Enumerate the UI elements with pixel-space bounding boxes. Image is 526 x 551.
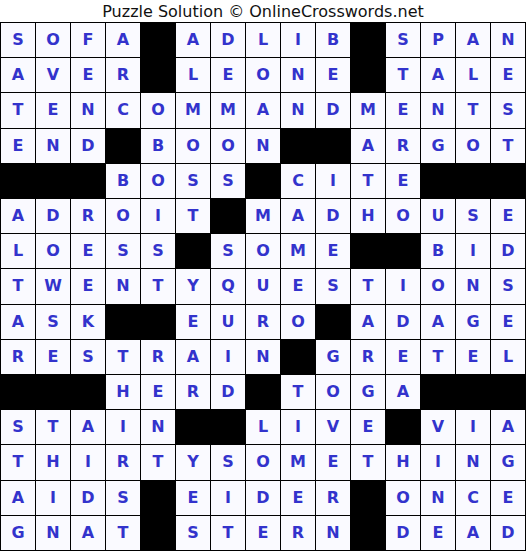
black-cell	[316, 129, 350, 163]
letter-cell[interactable]: I	[71, 445, 105, 479]
letter-cell[interactable]: Q	[211, 269, 245, 303]
letter-cell[interactable]: A	[456, 23, 490, 57]
letter-cell[interactable]: I	[211, 481, 245, 515]
letter-cell[interactable]: R	[106, 58, 140, 92]
letter-cell[interactable]: N	[281, 58, 315, 92]
letter-cell[interactable]: G	[316, 340, 350, 374]
letter-cell[interactable]: G	[421, 129, 455, 163]
letter-cell[interactable]: A	[1, 305, 35, 339]
letter-cell[interactable]: I	[281, 410, 315, 444]
letter-cell[interactable]: B	[316, 23, 350, 57]
black-cell	[421, 164, 455, 198]
letter-cell[interactable]: O	[246, 234, 280, 268]
letter-cell[interactable]: E	[316, 445, 350, 479]
letter-cell[interactable]: F	[71, 23, 105, 57]
letter-cell[interactable]: H	[36, 445, 70, 479]
letter-cell[interactable]: T	[1, 445, 35, 479]
black-cell	[106, 305, 140, 339]
letter-cell[interactable]: V	[36, 58, 70, 92]
letter-cell[interactable]: T	[1, 93, 35, 127]
letter-cell[interactable]: S	[36, 305, 70, 339]
letter-cell[interactable]: O	[211, 129, 245, 163]
letter-cell[interactable]: G	[456, 305, 490, 339]
letter-cell[interactable]: Y	[176, 445, 210, 479]
letter-cell[interactable]: L	[246, 410, 280, 444]
letter-cell[interactable]: E	[316, 58, 350, 92]
black-cell	[176, 410, 210, 444]
letter-cell[interactable]: T	[456, 93, 490, 127]
black-cell	[1, 164, 35, 198]
letter-cell[interactable]: V	[316, 410, 350, 444]
black-cell	[421, 375, 455, 409]
letter-cell[interactable]: N	[456, 269, 490, 303]
letter-cell[interactable]: T	[106, 516, 140, 550]
letter-cell[interactable]: H	[106, 375, 140, 409]
letter-cell[interactable]: B	[141, 129, 175, 163]
letter-cell[interactable]: M	[281, 445, 315, 479]
letter-cell[interactable]: O	[36, 234, 70, 268]
letter-cell[interactable]: S	[386, 23, 420, 57]
letter-cell[interactable]: Y	[176, 269, 210, 303]
letter-cell[interactable]: E	[141, 375, 175, 409]
letter-cell[interactable]: S	[1, 23, 35, 57]
letter-cell[interactable]: R	[351, 340, 385, 374]
letter-cell[interactable]: S	[211, 234, 245, 268]
black-cell	[141, 516, 175, 550]
letter-cell[interactable]: L	[491, 340, 525, 374]
letter-cell[interactable]: I	[421, 445, 455, 479]
letter-cell[interactable]: S	[456, 199, 490, 233]
black-cell	[176, 234, 210, 268]
letter-cell[interactable]: I	[281, 23, 315, 57]
letter-cell[interactable]: D	[491, 234, 525, 268]
letter-cell[interactable]: B	[421, 234, 455, 268]
letter-cell[interactable]: O	[141, 164, 175, 198]
letter-cell[interactable]: R	[316, 481, 350, 515]
letter-cell[interactable]: A	[281, 199, 315, 233]
letter-cell[interactable]: D	[316, 199, 350, 233]
letter-cell[interactable]: S	[176, 516, 210, 550]
letter-cell[interactable]: R	[141, 340, 175, 374]
letter-cell[interactable]: M	[176, 93, 210, 127]
letter-cell[interactable]: S	[141, 234, 175, 268]
letter-cell[interactable]: A	[71, 410, 105, 444]
letter-cell[interactable]: A	[1, 199, 35, 233]
letter-cell[interactable]: D	[71, 129, 105, 163]
black-cell	[351, 23, 385, 57]
letter-cell[interactable]: A	[176, 23, 210, 57]
letter-cell[interactable]: E	[281, 481, 315, 515]
letter-cell[interactable]: N	[281, 93, 315, 127]
letter-cell[interactable]: S	[316, 269, 350, 303]
letter-cell[interactable]: E	[421, 516, 455, 550]
black-cell	[386, 410, 420, 444]
letter-cell[interactable]: T	[1, 269, 35, 303]
letter-cell[interactable]: L	[456, 58, 490, 92]
letter-cell[interactable]: E	[491, 481, 525, 515]
letter-cell[interactable]: T	[491, 129, 525, 163]
letter-cell[interactable]: E	[386, 164, 420, 198]
letter-cell[interactable]: T	[36, 410, 70, 444]
black-cell	[71, 375, 105, 409]
letter-cell[interactable]: A	[491, 410, 525, 444]
black-cell	[211, 199, 245, 233]
letter-cell[interactable]: M	[211, 93, 245, 127]
letter-cell[interactable]: S	[491, 269, 525, 303]
black-cell	[71, 164, 105, 198]
letter-cell[interactable]: I	[106, 410, 140, 444]
letter-cell[interactable]: S	[491, 93, 525, 127]
letter-cell[interactable]: O	[456, 129, 490, 163]
letter-cell[interactable]: A	[71, 516, 105, 550]
letter-cell[interactable]: T	[141, 445, 175, 479]
letter-cell[interactable]: T	[386, 58, 420, 92]
letter-cell[interactable]: O	[386, 199, 420, 233]
letter-cell[interactable]: N	[316, 516, 350, 550]
letter-cell[interactable]: K	[71, 305, 105, 339]
puzzle-page: Puzzle Solution © OnlineCrosswords.net S…	[0, 0, 526, 551]
letter-cell[interactable]: E	[491, 305, 525, 339]
letter-cell[interactable]: D	[386, 516, 420, 550]
black-cell	[456, 375, 490, 409]
black-cell	[456, 164, 490, 198]
letter-cell[interactable]: I	[316, 164, 350, 198]
letter-cell[interactable]: E	[71, 58, 105, 92]
black-cell	[211, 410, 245, 444]
letter-cell[interactable]: T	[281, 375, 315, 409]
letter-cell[interactable]: U	[246, 269, 280, 303]
letter-cell[interactable]: N	[246, 129, 280, 163]
black-cell	[351, 58, 385, 92]
letter-cell[interactable]: O	[281, 305, 315, 339]
letter-cell[interactable]: D	[71, 481, 105, 515]
letter-cell[interactable]: E	[211, 58, 245, 92]
page-title: Puzzle Solution © OnlineCrosswords.net	[102, 2, 424, 21]
black-cell	[106, 129, 140, 163]
letter-cell[interactable]: M	[246, 199, 280, 233]
letter-cell[interactable]: O	[106, 199, 140, 233]
letter-cell[interactable]: S	[176, 164, 210, 198]
letter-cell[interactable]: I	[211, 340, 245, 374]
black-cell	[491, 375, 525, 409]
black-cell	[281, 340, 315, 374]
letter-cell[interactable]: A	[176, 340, 210, 374]
letter-cell[interactable]: T	[351, 164, 385, 198]
letter-cell[interactable]: R	[246, 305, 280, 339]
letter-cell[interactable]: G	[351, 375, 385, 409]
letter-cell[interactable]: A	[421, 305, 455, 339]
letter-cell[interactable]: H	[351, 199, 385, 233]
letter-cell[interactable]: U	[421, 199, 455, 233]
letter-cell[interactable]: E	[1, 129, 35, 163]
letter-cell[interactable]: E	[491, 199, 525, 233]
letter-cell[interactable]: T	[211, 516, 245, 550]
letter-cell[interactable]: D	[386, 305, 420, 339]
letter-cell[interactable]: E	[456, 340, 490, 374]
letter-cell[interactable]: B	[106, 164, 140, 198]
black-cell	[351, 481, 385, 515]
letter-cell[interactable]: A	[106, 23, 140, 57]
letter-cell[interactable]: E	[36, 340, 70, 374]
black-cell	[1, 375, 35, 409]
letter-cell[interactable]: I	[141, 199, 175, 233]
letter-cell[interactable]: A	[1, 481, 35, 515]
letter-cell[interactable]: E	[71, 234, 105, 268]
letter-cell[interactable]: R	[386, 129, 420, 163]
letter-cell[interactable]: N	[421, 481, 455, 515]
letter-cell[interactable]: O	[36, 23, 70, 57]
black-cell	[491, 164, 525, 198]
letter-cell[interactable]: T	[141, 269, 175, 303]
title-bar: Puzzle Solution © OnlineCrosswords.net	[0, 0, 526, 22]
black-cell	[141, 58, 175, 92]
letter-cell[interactable]: A	[456, 516, 490, 550]
letter-cell[interactable]: S	[1, 410, 35, 444]
letter-cell[interactable]: A	[351, 129, 385, 163]
letter-cell[interactable]: N	[141, 410, 175, 444]
letter-cell[interactable]: N	[421, 93, 455, 127]
letter-cell[interactable]: E	[491, 58, 525, 92]
letter-cell[interactable]: G	[1, 516, 35, 550]
letter-cell[interactable]: A	[386, 375, 420, 409]
letter-cell[interactable]: M	[351, 93, 385, 127]
black-cell	[386, 234, 420, 268]
black-cell	[246, 375, 280, 409]
letter-cell[interactable]: N	[71, 93, 105, 127]
letter-cell[interactable]: R	[281, 516, 315, 550]
black-cell	[351, 516, 385, 550]
letter-cell[interactable]: A	[421, 58, 455, 92]
black-cell	[36, 164, 70, 198]
letter-cell[interactable]: N	[456, 445, 490, 479]
letter-cell[interactable]: R	[1, 340, 35, 374]
letter-cell[interactable]: E	[71, 269, 105, 303]
letter-cell[interactable]: L	[246, 23, 280, 57]
letter-cell[interactable]: E	[386, 340, 420, 374]
letter-cell[interactable]: L	[176, 58, 210, 92]
letter-cell[interactable]: I	[36, 481, 70, 515]
black-cell	[36, 375, 70, 409]
letter-cell[interactable]: T	[421, 340, 455, 374]
letter-cell[interactable]: E	[176, 481, 210, 515]
letter-cell[interactable]: T	[351, 445, 385, 479]
letter-cell[interactable]: E	[36, 93, 70, 127]
letter-cell[interactable]: A	[1, 58, 35, 92]
letter-cell[interactable]: D	[491, 516, 525, 550]
letter-cell[interactable]: N	[106, 269, 140, 303]
letter-cell[interactable]: N	[36, 129, 70, 163]
letter-cell[interactable]: O	[176, 129, 210, 163]
letter-cell[interactable]: N	[491, 23, 525, 57]
letter-cell[interactable]: R	[71, 199, 105, 233]
letter-cell[interactable]: C	[456, 481, 490, 515]
letter-cell[interactable]: E	[351, 410, 385, 444]
letter-cell[interactable]: O	[316, 375, 350, 409]
black-cell	[141, 305, 175, 339]
letter-cell[interactable]: S	[106, 234, 140, 268]
letter-cell[interactable]: N	[36, 516, 70, 550]
letter-cell[interactable]: E	[316, 234, 350, 268]
letter-cell[interactable]: E	[281, 269, 315, 303]
letter-cell[interactable]: R	[176, 375, 210, 409]
letter-cell[interactable]: T	[176, 199, 210, 233]
letter-cell[interactable]: W	[36, 269, 70, 303]
letter-cell[interactable]: O	[386, 481, 420, 515]
letter-cell[interactable]: P	[421, 23, 455, 57]
letter-cell[interactable]: D	[211, 23, 245, 57]
letter-cell[interactable]: D	[211, 375, 245, 409]
letter-cell[interactable]: T	[106, 340, 140, 374]
letter-cell[interactable]: I	[456, 234, 490, 268]
letter-cell[interactable]: E	[176, 305, 210, 339]
letter-cell[interactable]: G	[491, 445, 525, 479]
letter-cell[interactable]: M	[281, 234, 315, 268]
black-cell	[281, 129, 315, 163]
letter-cell[interactable]: E	[246, 516, 280, 550]
letter-cell[interactable]: S	[106, 481, 140, 515]
letter-cell[interactable]: A	[351, 305, 385, 339]
black-cell	[141, 23, 175, 57]
letter-cell[interactable]: D	[316, 93, 350, 127]
black-cell	[316, 305, 350, 339]
letter-cell[interactable]: I	[386, 269, 420, 303]
letter-cell[interactable]: O	[421, 269, 455, 303]
crossword-grid: SOFAADLIBSPANAVERLEONETALETENCOMMANDMENT…	[0, 22, 526, 551]
letter-cell[interactable]: C	[281, 164, 315, 198]
letter-cell[interactable]: O	[246, 445, 280, 479]
letter-cell[interactable]: S	[211, 164, 245, 198]
letter-cell[interactable]: T	[351, 269, 385, 303]
letter-cell[interactable]: S	[71, 340, 105, 374]
letter-cell[interactable]: O	[141, 93, 175, 127]
black-cell	[351, 234, 385, 268]
letter-cell[interactable]: L	[1, 234, 35, 268]
black-cell	[141, 481, 175, 515]
letter-cell[interactable]: E	[386, 93, 420, 127]
letter-cell[interactable]: S	[211, 445, 245, 479]
letter-cell[interactable]: V	[421, 410, 455, 444]
letter-cell[interactable]: D	[246, 481, 280, 515]
letter-cell[interactable]: O	[246, 58, 280, 92]
letter-cell[interactable]: H	[386, 445, 420, 479]
letter-cell[interactable]: A	[246, 93, 280, 127]
black-cell	[246, 164, 280, 198]
letter-cell[interactable]: D	[36, 199, 70, 233]
letter-cell[interactable]: C	[106, 93, 140, 127]
letter-cell[interactable]: U	[211, 305, 245, 339]
letter-cell[interactable]: R	[106, 445, 140, 479]
letter-cell[interactable]: I	[456, 410, 490, 444]
letter-cell[interactable]: N	[246, 340, 280, 374]
